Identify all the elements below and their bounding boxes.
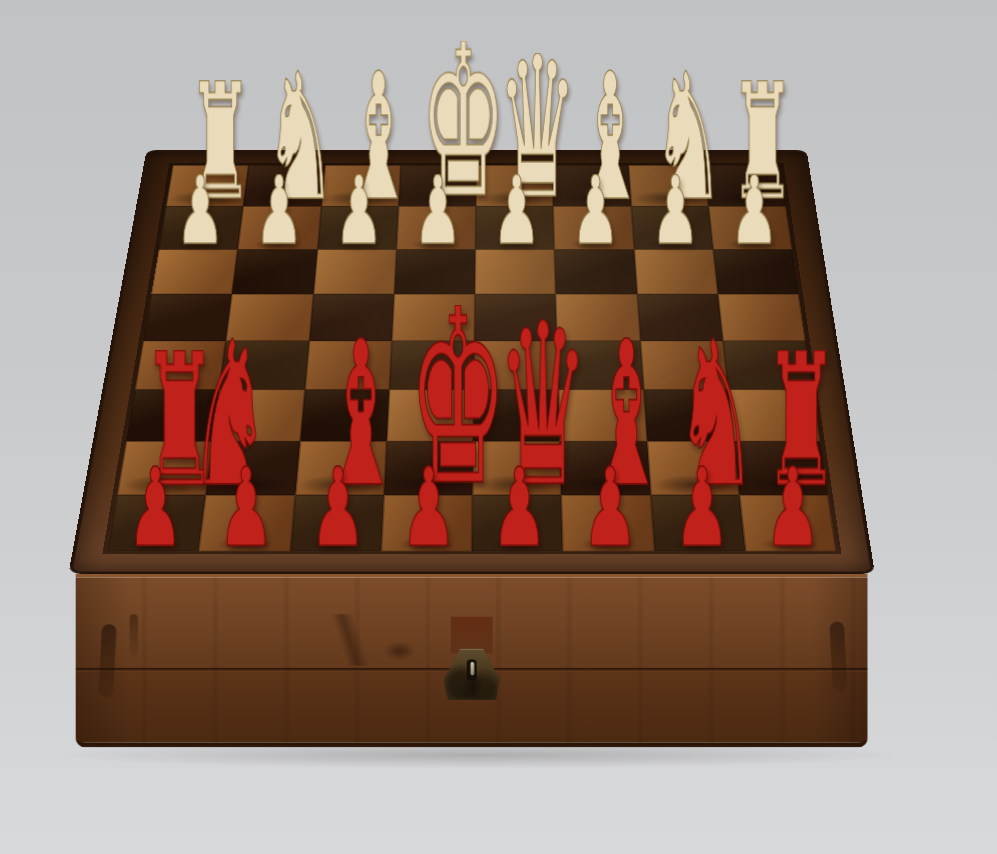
- square-e1[interactable]: ♟: [471, 495, 562, 552]
- square-c7[interactable]: ♟: [317, 206, 398, 249]
- board-frame: ♜♞♝♚♛♝♞♜♟♟♟♟♟♟♟♟♜♞♝♚♛♝♞♜♟♟♟♟♟♟♟♟: [68, 150, 875, 574]
- piece-red-pawn[interactable]: ♟: [399, 465, 452, 550]
- piece-ivory-pawn[interactable]: ♟: [254, 174, 300, 248]
- box-front: [75, 574, 867, 748]
- wear-mark: [383, 641, 415, 661]
- keyhole-clasp: [443, 648, 499, 704]
- square-h7[interactable]: ♟: [708, 206, 792, 249]
- clasp-plate: [443, 648, 499, 699]
- wear-mark: [98, 624, 116, 698]
- keyhole-pin: [469, 662, 473, 675]
- chess-board: ♜♞♝♚♛♝♞♜♟♟♟♟♟♟♟♟♜♞♝♚♛♝♞♜♟♟♟♟♟♟♟♟: [107, 165, 836, 551]
- square-c1[interactable]: ♟: [289, 495, 383, 552]
- square-b1[interactable]: ♟: [198, 495, 294, 552]
- clasp-shadow: [450, 617, 492, 654]
- piece-red-pawn[interactable]: ♟: [581, 465, 634, 550]
- square-a6[interactable]: [151, 249, 238, 294]
- square-h6[interactable]: [712, 249, 798, 294]
- square-h1[interactable]: ♟: [739, 495, 836, 552]
- piece-ivory-pawn[interactable]: ♟: [412, 174, 458, 248]
- square-a1[interactable]: ♟: [107, 495, 205, 552]
- square-g1[interactable]: ♟: [650, 495, 745, 552]
- square-d1[interactable]: ♟: [380, 495, 472, 552]
- square-d7[interactable]: ♟: [396, 206, 476, 249]
- square-f1[interactable]: ♟: [561, 495, 654, 552]
- wear-mark: [829, 621, 847, 693]
- square-g7[interactable]: ♟: [630, 206, 712, 249]
- square-e7[interactable]: ♟: [475, 206, 554, 249]
- chess-box-board: ♜♞♝♚♛♝♞♜♟♟♟♟♟♟♟♟♜♞♝♚♛♝♞♜♟♟♟♟♟♟♟♟: [68, 150, 875, 574]
- piece-red-pawn[interactable]: ♟: [217, 465, 270, 550]
- photo-scene: ♜♞♝♚♛♝♞♜♟♟♟♟♟♟♟♟♜♞♝♚♛♝♞♜♟♟♟♟♟♟♟♟: [0, 0, 997, 854]
- piece-ivory-pawn[interactable]: ♟: [333, 174, 379, 248]
- piece-red-pawn[interactable]: ♟: [126, 465, 179, 550]
- square-f7[interactable]: ♟: [553, 206, 633, 249]
- piece-ivory-pawn[interactable]: ♟: [175, 174, 221, 248]
- piece-red-pawn[interactable]: ♟: [673, 465, 726, 550]
- square-c6[interactable]: [313, 249, 396, 294]
- piece-red-pawn[interactable]: ♟: [764, 465, 817, 550]
- piece-ivory-pawn[interactable]: ♟: [492, 174, 538, 248]
- wear-mark: [129, 614, 138, 656]
- square-b7[interactable]: ♟: [237, 206, 320, 249]
- piece-ivory-pawn[interactable]: ♟: [729, 174, 775, 248]
- piece-ivory-pawn[interactable]: ♟: [650, 174, 696, 248]
- square-a7[interactable]: ♟: [158, 206, 243, 249]
- piece-red-pawn[interactable]: ♟: [490, 465, 543, 550]
- square-b6[interactable]: [232, 249, 317, 294]
- piece-ivory-pawn[interactable]: ♟: [571, 174, 617, 248]
- square-g6[interactable]: [633, 249, 717, 294]
- keyhole-icon: [466, 659, 476, 680]
- scratch-mark: [300, 614, 395, 665]
- piece-red-pawn[interactable]: ♟: [308, 465, 361, 550]
